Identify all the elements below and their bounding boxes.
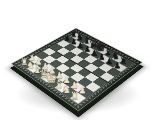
piece-white-rook[interactable]: ♜: [67, 91, 83, 101]
piece-black-pawn[interactable]: ♟: [110, 61, 124, 69]
product-photo-stage: ♜♞♝♛♚♝♞♜♟♟♟♟♟♟♟♟♟♟♟♟♟♟♟♟♜♞♝♛♚♝♞♜: [0, 0, 156, 120]
